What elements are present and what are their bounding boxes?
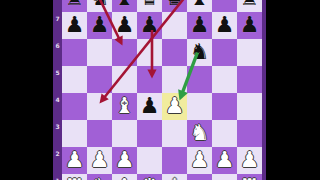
square-a6[interactable]	[62, 39, 87, 66]
letterbox-right	[266, 0, 320, 180]
square-f7[interactable]: ♟	[187, 12, 212, 39]
white-pawn-g2: ♟	[212, 147, 237, 174]
black-queen-d8: ♛	[137, 0, 162, 12]
white-knight-f3: ♞	[187, 120, 212, 147]
square-a5[interactable]	[62, 66, 87, 93]
black-pawn-f7: ♟	[187, 12, 212, 39]
square-d5[interactable]	[137, 66, 162, 93]
square-h4[interactable]	[237, 93, 262, 120]
square-g5[interactable]	[212, 66, 237, 93]
square-h2[interactable]: ♟	[237, 147, 262, 174]
square-b1[interactable]: ♞	[87, 174, 112, 180]
black-pawn-d4: ♟	[137, 93, 162, 120]
square-b3[interactable]	[87, 120, 112, 147]
white-bishop-c4: ♝	[112, 93, 137, 120]
square-h7[interactable]: ♟	[237, 12, 262, 39]
square-b5[interactable]	[87, 66, 112, 93]
square-d3[interactable]	[137, 120, 162, 147]
square-c8[interactable]: ♝	[112, 0, 137, 12]
square-g1[interactable]	[212, 174, 237, 180]
square-e2[interactable]	[162, 147, 187, 174]
square-g6[interactable]	[212, 39, 237, 66]
white-pawn-h2: ♟	[237, 147, 262, 174]
square-b6[interactable]	[87, 39, 112, 66]
square-g3[interactable]	[212, 120, 237, 147]
square-a3[interactable]	[62, 120, 87, 147]
chess-board: ♜♞♝♛♚♝♜♟♟♟♟♟♟♟♞♝♟♟♞♟♟♟♟♟♟♜♞♝♛♚♜	[62, 0, 262, 180]
rank-label-5: 5	[53, 69, 62, 76]
black-pawn-b7: ♟	[87, 12, 112, 39]
letterbox-left	[0, 0, 53, 180]
black-knight-f6: ♞	[187, 39, 212, 66]
black-bishop-c8: ♝	[112, 0, 137, 12]
black-king-e8: ♚	[162, 0, 187, 12]
square-c2[interactable]: ♟	[112, 147, 137, 174]
square-c3[interactable]	[112, 120, 137, 147]
square-d7[interactable]: ♟	[137, 12, 162, 39]
black-rook-a8: ♜	[62, 0, 87, 12]
square-f5[interactable]	[187, 66, 212, 93]
square-a4[interactable]	[62, 93, 87, 120]
rank-label-6: 6	[53, 42, 62, 49]
rank-label-2: 2	[53, 150, 62, 157]
square-a8[interactable]: ♜	[62, 0, 87, 12]
white-rook-a1: ♜	[62, 174, 87, 180]
white-king-e1: ♚	[162, 174, 187, 180]
square-e4[interactable]: ♟	[162, 93, 187, 120]
black-pawn-c7: ♟	[112, 12, 137, 39]
square-d6[interactable]	[137, 39, 162, 66]
board-right-border	[262, 0, 266, 180]
square-g8[interactable]	[212, 0, 237, 12]
white-knight-b1: ♞	[87, 174, 112, 180]
square-f1[interactable]	[187, 174, 212, 180]
black-rook-h8: ♜	[237, 0, 262, 12]
square-a2[interactable]: ♟	[62, 147, 87, 174]
square-c1[interactable]: ♝	[112, 174, 137, 180]
square-b4[interactable]	[87, 93, 112, 120]
square-e8[interactable]: ♚	[162, 0, 187, 12]
white-queen-d1: ♛	[137, 174, 162, 180]
square-h1[interactable]: ♜	[237, 174, 262, 180]
white-pawn-a2: ♟	[62, 147, 87, 174]
square-a1[interactable]: ♜	[62, 174, 87, 180]
square-g2[interactable]: ♟	[212, 147, 237, 174]
square-c6[interactable]	[112, 39, 137, 66]
black-pawn-d7: ♟	[137, 12, 162, 39]
white-pawn-c2: ♟	[112, 147, 137, 174]
black-pawn-h7: ♟	[237, 12, 262, 39]
square-f3[interactable]: ♞	[187, 120, 212, 147]
square-c7[interactable]: ♟	[112, 12, 137, 39]
square-g7[interactable]: ♟	[212, 12, 237, 39]
square-h3[interactable]	[237, 120, 262, 147]
square-f6[interactable]: ♞	[187, 39, 212, 66]
white-pawn-b2: ♟	[87, 147, 112, 174]
black-pawn-g7: ♟	[212, 12, 237, 39]
square-a7[interactable]: ♟	[62, 12, 87, 39]
rank-label-7: 7	[53, 15, 62, 22]
square-h6[interactable]	[237, 39, 262, 66]
square-e5[interactable]	[162, 66, 187, 93]
rank-coordinate-strip: 87654321	[53, 0, 62, 180]
white-pawn-f2: ♟	[187, 147, 212, 174]
square-b2[interactable]: ♟	[87, 147, 112, 174]
white-pawn-e4: ♟	[162, 93, 187, 120]
white-rook-h1: ♜	[237, 174, 262, 180]
white-bishop-c1: ♝	[112, 174, 137, 180]
square-f4[interactable]	[187, 93, 212, 120]
square-d4[interactable]: ♟	[137, 93, 162, 120]
square-e1[interactable]: ♚	[162, 174, 187, 180]
rank-label-3: 3	[53, 123, 62, 130]
square-c4[interactable]: ♝	[112, 93, 137, 120]
square-e3[interactable]	[162, 120, 187, 147]
square-d1[interactable]: ♛	[137, 174, 162, 180]
square-c5[interactable]	[112, 66, 137, 93]
square-b8[interactable]: ♞	[87, 0, 112, 12]
square-g4[interactable]	[212, 93, 237, 120]
rank-label-1: 1	[53, 177, 62, 180]
square-h8[interactable]: ♜	[237, 0, 262, 12]
square-e6[interactable]	[162, 39, 187, 66]
black-pawn-a7: ♟	[62, 12, 87, 39]
black-knight-b8: ♞	[87, 0, 112, 12]
square-d2[interactable]	[137, 147, 162, 174]
square-d8[interactable]: ♛	[137, 0, 162, 12]
square-h5[interactable]	[237, 66, 262, 93]
square-f8[interactable]: ♝	[187, 0, 212, 12]
chess-video-frame: 87654321 ♜♞♝♛♚♝♜♟♟♟♟♟♟♟♞♝♟♟♞♟♟♟♟♟♟♜♞♝♛♚♜	[0, 0, 320, 180]
rank-label-4: 4	[53, 96, 62, 103]
square-e7[interactable]	[162, 12, 187, 39]
square-b7[interactable]: ♟	[87, 12, 112, 39]
square-f2[interactable]: ♟	[187, 147, 212, 174]
black-bishop-f8: ♝	[187, 0, 212, 12]
